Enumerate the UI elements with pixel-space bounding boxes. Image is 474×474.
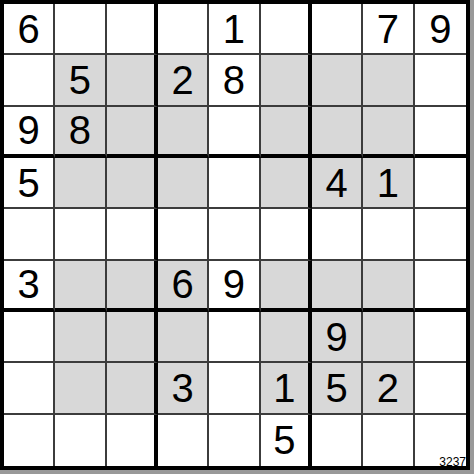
cell-r8c1[interactable] — [4, 363, 55, 414]
cell-r7c3[interactable] — [107, 312, 158, 363]
cell-r7c1[interactable] — [4, 312, 55, 363]
cell-r7c5[interactable] — [209, 312, 260, 363]
cell-r2c5[interactable]: 8 — [209, 55, 260, 106]
cell-r5c2[interactable] — [55, 209, 106, 260]
cell-r5c6[interactable] — [261, 209, 312, 260]
cell-r6c8[interactable] — [363, 261, 414, 312]
cell-r1c7[interactable] — [312, 4, 363, 55]
cell-r1c1[interactable]: 6 — [4, 4, 55, 55]
cell-r2c6[interactable] — [261, 55, 312, 106]
cell-r9c3[interactable] — [107, 415, 158, 466]
cell-r1c6[interactable] — [261, 4, 312, 55]
cell-r6c7[interactable] — [312, 261, 363, 312]
cell-r3c6[interactable] — [261, 107, 312, 158]
cell-r8c7[interactable]: 5 — [312, 363, 363, 414]
cell-r4c6[interactable] — [261, 158, 312, 209]
cell-r8c5[interactable] — [209, 363, 260, 414]
cell-r6c9[interactable] — [415, 261, 466, 312]
cell-r9c1[interactable] — [4, 415, 55, 466]
cell-r9c4[interactable] — [158, 415, 209, 466]
cell-r4c4[interactable] — [158, 158, 209, 209]
cell-r8c6[interactable]: 1 — [261, 363, 312, 414]
cell-r9c7[interactable] — [312, 415, 363, 466]
cell-r5c7[interactable] — [312, 209, 363, 260]
cell-r2c1[interactable] — [4, 55, 55, 106]
cell-r6c4[interactable]: 6 — [158, 261, 209, 312]
cell-r3c3[interactable] — [107, 107, 158, 158]
cell-r8c2[interactable] — [55, 363, 106, 414]
cell-r3c4[interactable] — [158, 107, 209, 158]
cell-r9c2[interactable] — [55, 415, 106, 466]
cell-r4c3[interactable] — [107, 158, 158, 209]
cell-r6c2[interactable] — [55, 261, 106, 312]
cell-r6c3[interactable] — [107, 261, 158, 312]
sudoku-board: 617952898541369931525 — [0, 0, 470, 470]
cell-r8c9[interactable] — [415, 363, 466, 414]
cell-r2c9[interactable] — [415, 55, 466, 106]
cell-r7c8[interactable] — [363, 312, 414, 363]
cell-r5c9[interactable] — [415, 209, 466, 260]
puzzle-number-label: 3237 — [439, 455, 466, 469]
cell-r6c6[interactable] — [261, 261, 312, 312]
cell-r5c8[interactable] — [363, 209, 414, 260]
cell-r1c8[interactable]: 7 — [363, 4, 414, 55]
cell-r2c3[interactable] — [107, 55, 158, 106]
cell-r2c4[interactable]: 2 — [158, 55, 209, 106]
cell-r9c8[interactable] — [363, 415, 414, 466]
cell-r5c5[interactable] — [209, 209, 260, 260]
cell-r4c9[interactable] — [415, 158, 466, 209]
cell-r2c7[interactable] — [312, 55, 363, 106]
cell-r4c5[interactable] — [209, 158, 260, 209]
cell-r8c4[interactable]: 3 — [158, 363, 209, 414]
page-background: 617952898541369931525 3237 — [0, 0, 474, 474]
cell-r5c1[interactable] — [4, 209, 55, 260]
cell-r1c2[interactable] — [55, 4, 106, 55]
cell-r3c7[interactable] — [312, 107, 363, 158]
cell-r2c2[interactable]: 5 — [55, 55, 106, 106]
cell-r5c4[interactable] — [158, 209, 209, 260]
cell-r4c1[interactable]: 5 — [4, 158, 55, 209]
cell-r6c1[interactable]: 3 — [4, 261, 55, 312]
cell-r4c8[interactable]: 1 — [363, 158, 414, 209]
cell-r8c3[interactable] — [107, 363, 158, 414]
cell-r9c5[interactable] — [209, 415, 260, 466]
cell-r3c8[interactable] — [363, 107, 414, 158]
cell-r2c8[interactable] — [363, 55, 414, 106]
cell-r6c5[interactable]: 9 — [209, 261, 260, 312]
cell-r1c4[interactable] — [158, 4, 209, 55]
cell-r8c8[interactable]: 2 — [363, 363, 414, 414]
cell-r7c6[interactable] — [261, 312, 312, 363]
cell-r5c3[interactable] — [107, 209, 158, 260]
cell-r7c4[interactable] — [158, 312, 209, 363]
cell-r3c5[interactable] — [209, 107, 260, 158]
cell-r9c6[interactable]: 5 — [261, 415, 312, 466]
cell-r7c9[interactable] — [415, 312, 466, 363]
cell-r7c7[interactable]: 9 — [312, 312, 363, 363]
cell-r4c7[interactable]: 4 — [312, 158, 363, 209]
cell-r1c9[interactable]: 9 — [415, 4, 466, 55]
cell-r3c9[interactable] — [415, 107, 466, 158]
cell-r1c3[interactable] — [107, 4, 158, 55]
cell-r4c2[interactable] — [55, 158, 106, 209]
cell-r7c2[interactable] — [55, 312, 106, 363]
cell-r3c1[interactable]: 9 — [4, 107, 55, 158]
cell-r1c5[interactable]: 1 — [209, 4, 260, 55]
cell-r3c2[interactable]: 8 — [55, 107, 106, 158]
